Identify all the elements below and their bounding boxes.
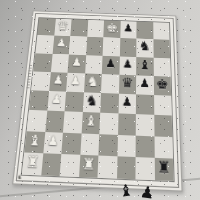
square-e5 — [101, 74, 119, 94]
board-maker-logo-icon: ♞ — [17, 174, 22, 180]
square-c1 — [60, 154, 80, 177]
square-c7 — [69, 36, 87, 54]
square-g4 — [136, 94, 154, 115]
black-rook-h1: ♜ — [157, 159, 171, 175]
square-b1 — [41, 153, 62, 176]
square-g8 — [136, 22, 153, 40]
white-pawn-b5: ♟ — [53, 74, 65, 86]
square-b8: ♛ — [54, 19, 72, 37]
square-d2 — [80, 133, 99, 155]
black-queen-f5: ♛ — [121, 76, 134, 90]
square-b3 — [45, 111, 65, 132]
black-bishop-g6: ♝ — [139, 58, 151, 71]
square-e3 — [99, 113, 118, 134]
square-e2 — [98, 134, 117, 156]
white-bishop-a2: ♝ — [28, 132, 43, 147]
square-a8 — [37, 18, 55, 36]
square-g5: ♟ — [136, 75, 154, 95]
square-d3: ♝ — [81, 112, 100, 133]
square-f2 — [117, 134, 136, 156]
square-f8: ♟ — [120, 21, 137, 39]
square-d1: ♜ — [79, 154, 99, 177]
square-d7 — [86, 37, 104, 55]
board-squares: ♛♚♟♟♞♟♟♟♝♟♟♞♛♟♚♟♞♟♝♝♟♜♜♜ — [22, 18, 174, 181]
square-h3 — [154, 115, 172, 137]
square-b7: ♟ — [52, 36, 70, 54]
square-e7 — [103, 38, 120, 56]
square-d5: ♞ — [84, 73, 102, 93]
square-f3 — [118, 114, 136, 135]
square-d6 — [85, 55, 103, 74]
square-h5: ♚ — [153, 76, 171, 96]
black-king-h5: ♚ — [156, 77, 169, 91]
square-f5: ♛ — [118, 74, 136, 94]
square-h2 — [154, 136, 173, 158]
white-pawn-b7: ♟ — [56, 38, 67, 49]
white-bishop-d3: ♝ — [84, 113, 98, 128]
square-b5: ♟ — [49, 72, 68, 92]
square-f7 — [119, 38, 136, 56]
white-pawn-b2: ♟ — [47, 134, 59, 147]
square-e6: ♟ — [102, 55, 120, 74]
square-h1: ♜ — [154, 158, 173, 181]
square-a6 — [33, 53, 52, 72]
white-king-e8: ♚ — [106, 21, 118, 33]
square-c3 — [63, 112, 82, 133]
square-c5: ♟ — [66, 73, 85, 93]
square-a5 — [31, 71, 50, 91]
square-d4: ♞ — [82, 92, 101, 113]
photo-frame: ♛♚♟♟♞♟♟♟♝♟♟♞♛♟♚♟♞♟♝♝♟♜♜♜ ♞ ♝♟ — [0, 0, 200, 200]
square-g3 — [136, 114, 154, 136]
square-g2 — [136, 135, 155, 157]
square-c2 — [61, 132, 81, 154]
square-e8: ♚ — [103, 20, 120, 38]
captured-black-bishop: ♝ — [118, 182, 134, 199]
black-pawn-f8: ♟ — [123, 23, 133, 34]
square-h7 — [153, 39, 170, 57]
black-knight-d4: ♞ — [85, 94, 98, 108]
white-pawn-c5: ♟ — [70, 75, 81, 87]
square-c4 — [65, 92, 84, 113]
square-b6 — [50, 53, 69, 72]
captured-black-pawn: ♟ — [139, 184, 155, 200]
black-pawn-e6: ♟ — [105, 57, 116, 68]
chess-board: ♛♚♟♟♞♟♟♟♝♟♟♞♛♟♚♟♞♟♝♝♟♜♜♜ ♞ — [12, 10, 183, 191]
square-g6: ♝ — [136, 57, 153, 76]
square-f6: ♟ — [119, 56, 136, 75]
black-knight-g7: ♞ — [139, 40, 151, 53]
square-a7 — [35, 35, 53, 53]
square-a2: ♝ — [24, 131, 44, 153]
square-b2: ♟ — [43, 131, 63, 153]
square-c8 — [70, 19, 88, 37]
square-b4: ♟ — [47, 91, 66, 112]
white-pawn-b4: ♟ — [51, 93, 63, 105]
square-d8 — [87, 20, 104, 38]
black-pawn-g5: ♟ — [139, 77, 150, 89]
square-e1 — [97, 155, 117, 178]
square-a3 — [27, 110, 47, 131]
square-h8 — [153, 22, 170, 40]
black-pawn-f4: ♟ — [122, 96, 133, 108]
white-rook-d1: ♜ — [82, 156, 96, 172]
square-h6 — [153, 57, 170, 76]
square-a4 — [29, 90, 49, 111]
square-h4 — [154, 95, 172, 116]
white-pawn-c6: ♟ — [71, 56, 82, 67]
square-g7: ♞ — [136, 39, 153, 57]
square-f4: ♟ — [118, 94, 136, 115]
white-rook-a1: ♜ — [25, 154, 40, 170]
black-pawn-f6: ♟ — [122, 58, 133, 69]
square-c6: ♟ — [68, 54, 86, 73]
square-g1 — [135, 157, 154, 180]
square-e4 — [100, 93, 118, 114]
white-knight-d5: ♞ — [86, 74, 99, 88]
square-f1 — [116, 156, 135, 179]
white-queen-b8: ♛ — [57, 20, 70, 32]
square-a1: ♜ — [22, 152, 43, 175]
